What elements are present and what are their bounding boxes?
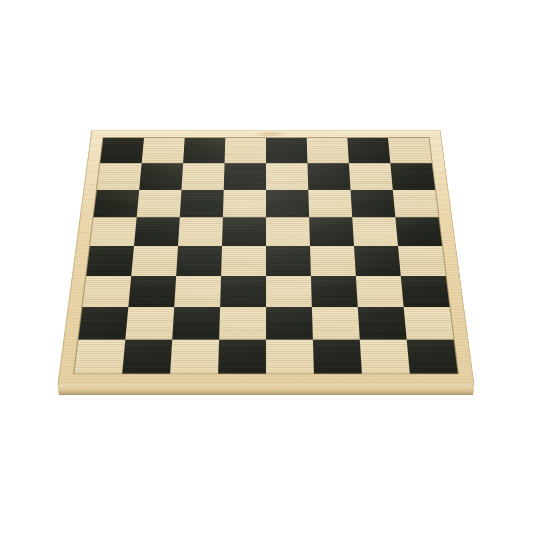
wood-knot [252,131,289,137]
square-r3-c7 [351,190,396,218]
square-r4-c1 [90,217,137,246]
square-r8-c6 [313,340,362,374]
square-r1-c5 [266,138,307,163]
square-r4-c5 [266,217,310,246]
square-r3-c6 [308,190,352,218]
square-r5-c5 [266,246,311,276]
square-r5-c7 [354,246,401,276]
square-r5-c1 [86,246,134,276]
square-r1-c8 [388,138,432,163]
square-r8-c5 [266,340,314,374]
square-r2-c6 [307,163,350,189]
checkerboard [58,130,475,385]
square-r1-c7 [347,138,390,163]
square-r5-c6 [310,246,356,276]
square-r7-c6 [312,307,360,340]
square-r3-c4 [223,190,266,218]
board-front-edge [58,385,475,396]
square-r4-c3 [178,217,223,246]
square-r8-c8 [407,340,458,374]
board-scene [76,56,456,436]
square-r1-c4 [225,138,266,163]
square-r8-c2 [122,340,172,374]
square-r2-c7 [349,163,393,189]
square-r2-c1 [97,163,142,189]
square-r7-c8 [404,307,454,340]
square-r7-c7 [358,307,407,340]
square-r5-c3 [176,246,222,276]
square-r3-c5 [266,190,309,218]
square-r2-c8 [390,163,435,189]
square-r6-c7 [356,276,404,307]
square-r4-c4 [222,217,266,246]
square-r3-c1 [94,190,140,218]
square-r4-c2 [134,217,180,246]
square-r6-c5 [266,276,312,307]
square-r3-c8 [393,190,439,218]
square-r6-c1 [82,276,131,307]
square-r7-c3 [172,307,220,340]
square-r8-c3 [170,340,219,374]
square-r2-c2 [139,163,183,189]
square-r3-c2 [137,190,182,218]
square-r8-c1 [74,340,125,374]
board-frame [58,130,475,385]
product-photo-background [0,0,550,550]
square-r6-c2 [128,276,176,307]
square-r7-c4 [219,307,266,340]
square-r2-c5 [266,163,308,189]
square-r1-c3 [183,138,225,163]
square-r6-c6 [311,276,358,307]
square-r3-c3 [180,190,224,218]
square-r5-c2 [131,246,178,276]
square-r6-c8 [401,276,450,307]
square-r7-c1 [78,307,128,340]
square-r1-c2 [142,138,185,163]
square-r8-c7 [360,340,410,374]
square-r4-c7 [352,217,398,246]
square-r4-c8 [395,217,442,246]
square-r1-c1 [100,138,144,163]
square-r6-c4 [220,276,266,307]
square-r5-c4 [221,246,266,276]
board-surface [74,138,457,374]
square-r4-c6 [309,217,354,246]
square-r7-c2 [125,307,174,340]
square-r2-c4 [224,163,266,189]
square-r2-c3 [181,163,224,189]
square-r7-c5 [266,307,313,340]
square-r5-c8 [398,246,446,276]
square-r1-c6 [307,138,349,163]
square-r6-c3 [174,276,221,307]
square-r8-c4 [218,340,266,374]
